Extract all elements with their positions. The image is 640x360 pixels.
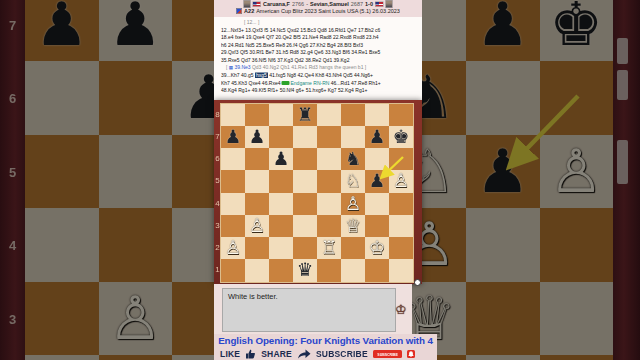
square-b4[interactable] [245, 193, 269, 215]
bg-square-g4 [466, 208, 540, 282]
bg-square-h4 [540, 208, 614, 282]
notation-line-4: 29.Qxf3 Qf5 30.Rf1 Be7 31.h5 Rd8 32.g4 Q… [221, 49, 422, 57]
piece-P-b3[interactable]: ♙ [245, 215, 269, 237]
bg-square-a4 [25, 208, 99, 282]
piece-p-b7[interactable]: ♟ [245, 126, 269, 148]
move-notation-panel: [ 12... ] 12...Nxf3+ 13.Qxf3 f5 14.Nc5 Q… [214, 17, 422, 100]
square-f2[interactable] [341, 237, 365, 259]
square-a3[interactable] [221, 215, 245, 237]
notation-line-9: 48.Kg4 Rg1+ 49.Kf5 Rf1+ 50.Nf4 g6+ 51.hx… [221, 87, 422, 95]
notation-moves[interactable]: 46...Rd1 47.Re8 Rh1+ [329, 80, 380, 86]
square-e4[interactable] [317, 193, 341, 215]
square-h3[interactable] [389, 215, 413, 237]
bg-piece-p-g5: ♟ [466, 135, 540, 209]
bell-icon[interactable] [407, 350, 416, 359]
square-f1[interactable] [341, 259, 365, 281]
piece-p-a7[interactable]: ♟ [221, 126, 245, 148]
square-c8[interactable] [269, 104, 293, 126]
piece-P-f4[interactable]: ♙ [341, 193, 365, 215]
notation-moves[interactable]: Kh7 45.Kh3 Qxe4 46.Rxe4 [221, 80, 280, 86]
square-d5[interactable] [293, 170, 317, 192]
square-a8[interactable] [221, 104, 245, 126]
evaluation-box: White is better. [222, 288, 396, 332]
square-g3[interactable] [365, 215, 389, 237]
notation-line-3: h6 24.Rd1 Nd5 25.Bxe5 Re8 26.f4 Qg6 27.K… [221, 41, 422, 49]
bg-square-g6 [466, 61, 540, 135]
piece-N-f5[interactable]: ♘ [341, 170, 365, 192]
square-e3[interactable] [317, 215, 341, 237]
white-player-name: Caruana,F [263, 1, 290, 7]
players-line: Caruana,F 2766 - Sevian,Samuel 2687 1-0 [214, 0, 422, 8]
piece-R-e2[interactable]: ♖ [317, 237, 341, 259]
piece-n-f6[interactable]: ♞ [341, 148, 365, 170]
square-g1[interactable] [365, 259, 389, 281]
square-c3[interactable] [269, 215, 293, 237]
bg-square-b4 [99, 208, 173, 282]
game-result: 1-0 [365, 1, 373, 7]
black-player-name: Sevian,Samuel [310, 1, 349, 7]
scrollbar-fragment [617, 140, 628, 184]
square-c4[interactable] [269, 193, 293, 215]
square-c5[interactable] [269, 170, 293, 192]
engine-king-icon: ♔ [395, 302, 407, 317]
like-label[interactable]: LIKE [220, 349, 240, 359]
notation-moves[interactable]: 29.Qxf3 Qf5 30.Rf1 Be7 31.h5 Rd8 32.g4 Q… [221, 50, 380, 56]
notation-line-7: 39...Kh7 40.g5 hxg5 41.fxg5 Ng8 42.Qe4 K… [221, 72, 422, 80]
bg-piece-p-a7: ♟ [25, 0, 99, 61]
bg-rank-label-6: 6 [0, 91, 25, 106]
notation-moves[interactable]: 39...Kh7 40.g5 [221, 73, 255, 79]
square-f8[interactable] [341, 104, 365, 126]
notation-moves[interactable]: 18.e4 fxe4 19.Qxe4 Qf7 20.Qe2 Bf5 21.Ne4… [221, 35, 379, 41]
piece-p-g5[interactable]: ♟ [365, 170, 389, 192]
piece-k-h7[interactable]: ♚ [389, 126, 413, 148]
bg-square-h2 [540, 355, 614, 360]
square-a5[interactable] [221, 170, 245, 192]
notation-moves[interactable]: 39.Ne3 [233, 65, 251, 71]
piece-p-g7[interactable]: ♟ [365, 126, 389, 148]
square-c7[interactable] [269, 126, 293, 148]
scrollbar-fragment [617, 38, 628, 64]
square-a6[interactable] [221, 148, 245, 170]
square-d4[interactable] [293, 193, 317, 215]
event-line: A22 American Cup Blitz 2023 Saint Louis … [214, 7, 422, 15]
eco-code: A22 [244, 8, 254, 14]
notation-moves[interactable]: h6 24.Rd1 Nd5 25.Bxe5 Re8 26.f4 Qg6 27.K… [221, 42, 363, 48]
piece-Q-f3[interactable]: ♕ [341, 215, 365, 237]
us-flag-icon [253, 1, 262, 7]
rank-label-6: 6 [214, 154, 221, 163]
bg-rank-label-3: 3 [0, 312, 25, 327]
square-h8[interactable] [389, 104, 413, 126]
rank-label-2: 2 [214, 243, 221, 252]
notation-line-1: 12...Nxf3+ 13.Qxf3 f5 14.Nc5 Qxd2 15.Bc3… [221, 26, 422, 34]
action-bar: LIKE SHARE SUBSCRIBE SUBSCRIBE [214, 347, 437, 360]
notation-moves[interactable]: 41.fxg5 Ng8 42.Qe4 Kh8 43.Nh4 Qd5 44.Ng6… [268, 73, 373, 79]
rank-label-1: 1 [214, 265, 221, 274]
square-e7[interactable] [317, 126, 341, 148]
square-e1[interactable] [317, 259, 341, 281]
square-g6[interactable] [365, 148, 389, 170]
notation-line-5: 35.Rxe5 Qd7 36.Nf5 Nf6 37.Kg3 Qd2 38.Re2… [221, 56, 422, 64]
square-h1[interactable] [389, 259, 413, 281]
rank-label-4: 4 [214, 199, 221, 208]
endgame-badge-icon[interactable] [281, 81, 289, 85]
opening-caption: English Opening: Four Knights Variation … [214, 334, 437, 347]
square-h2[interactable] [389, 237, 413, 259]
evaluation-panel: White is better. ♔ [214, 284, 412, 334]
bg-square-a3 [25, 282, 99, 356]
bg-piece-k-h7: ♚ [540, 0, 614, 61]
square-b1[interactable] [245, 259, 269, 281]
bg-square-a5 [25, 135, 99, 209]
notation-intro[interactable]: [ 12... ] [244, 19, 422, 27]
event-name: American Cup Blitz 2023 Saint Louis USA … [256, 8, 400, 14]
square-h6[interactable] [389, 148, 413, 170]
bg-rank-label-5: 5 [0, 165, 25, 180]
thumbs-up-icon[interactable] [245, 349, 256, 359]
square-d6[interactable] [293, 148, 317, 170]
game-header: Caruana,F 2766 - Sevian,Samuel 2687 1-0 … [214, 0, 422, 18]
bg-piece-P-b3: ♙ [99, 282, 173, 356]
subscribe-label[interactable]: SUBSCRIBE [316, 349, 368, 359]
video-caption-strip: English Opening: Four Knights Variation … [214, 334, 437, 360]
square-b5[interactable] [245, 170, 269, 192]
square-a1[interactable] [221, 259, 245, 281]
background-board-frame-left [0, 0, 25, 360]
square-g4[interactable] [365, 193, 389, 215]
notation-moves[interactable]: 48.Kg4 Rg1+ 49.Kf5 Rf1+ 50.Nf4 g6+ 51.hx… [221, 88, 367, 94]
us-flag-icon [375, 1, 384, 7]
chessboard[interactable]: ♜♟♟♟♚♟♞♘♟♙♙♙♕♙♖♔♛ [221, 104, 413, 282]
notation-moves[interactable]: Qd3 40.Ng2 Qb1 41.Re1 Rd3 hangs the quee… [251, 65, 367, 71]
bg-square-b6 [99, 61, 173, 135]
bg-square-b5 [99, 135, 173, 209]
square-d7[interactable] [293, 126, 317, 148]
square-h4[interactable] [389, 193, 413, 215]
piece-r-d8[interactable]: ♜ [293, 104, 317, 126]
rank-label-8: 8 [214, 110, 221, 119]
bg-piece-p-b7: ♟ [99, 0, 173, 61]
notation-moves[interactable]: 35.Rxe5 Qd7 36.Nf5 Nf6 37.Kg3 Qd2 38.Re2… [221, 57, 349, 63]
rank-label-7: 7 [214, 132, 221, 141]
square-e8[interactable] [317, 104, 341, 126]
square-c2[interactable] [269, 237, 293, 259]
piece-p-c6[interactable]: ♟ [269, 148, 293, 170]
bg-square-g3 [466, 282, 540, 356]
square-e5[interactable] [317, 170, 341, 192]
chessboard-frame: ♜♟♟♟♚♟♞♘♟♙♙♙♕♙♖♔♛ 87654321abcdefgh [214, 100, 422, 284]
bg-rank-label-7: 7 [0, 18, 25, 33]
bg-square-h3 [540, 282, 614, 356]
side-to-move-indicator[interactable] [414, 279, 421, 286]
piece-q-d1[interactable]: ♛ [293, 259, 317, 281]
players-separator: - [306, 1, 308, 7]
square-a4[interactable] [221, 193, 245, 215]
white-player-photo [244, 0, 251, 8]
bg-square-a6 [25, 61, 99, 135]
black-player-photo [386, 0, 393, 8]
share-label[interactable]: SHARE [261, 349, 292, 359]
notation-moves[interactable]: 12...Nxf3+ 13.Qxf3 f5 14.Nc5 Qxd2 15.Bc3… [221, 27, 380, 33]
square-b2[interactable] [245, 237, 269, 259]
notation-moves[interactable]: Endgame RN-RN [290, 80, 329, 86]
bg-piece-P-a2: ♙ [25, 355, 99, 360]
square-b6[interactable] [245, 148, 269, 170]
scrollbar-fragment [617, 70, 628, 100]
square-d2[interactable] [293, 237, 317, 259]
square-c1[interactable] [269, 259, 293, 281]
piece-K-g2[interactable]: ♔ [365, 237, 389, 259]
rank-label-3: 3 [214, 221, 221, 230]
subscribe-button[interactable]: SUBSCRIBE [373, 350, 402, 358]
black-player-elo: 2687 [351, 1, 363, 7]
bg-piece-K-g2: ♔ [466, 355, 540, 360]
square-e6[interactable] [317, 148, 341, 170]
square-f7[interactable] [341, 126, 365, 148]
bg-piece-P-h5: ♙ [540, 135, 614, 209]
square-d3[interactable] [293, 215, 317, 237]
bg-rank-label-4: 4 [0, 238, 25, 253]
notation-line-2: 18.e4 fxe4 19.Qxe4 Qf7 20.Qe2 Bf5 21.Ne4… [221, 34, 422, 42]
background-board-frame-right [613, 0, 640, 360]
current-move[interactable]: hxg5 [255, 73, 268, 79]
square-g8[interactable] [365, 104, 389, 126]
share-arrow-icon[interactable] [297, 349, 311, 359]
bg-square-b2 [99, 355, 173, 360]
notation-line-6: [ ▦ 39.Ne3 Qd3 40.Ng2 Qb1 41.Re1 Rd3 han… [226, 64, 422, 72]
bg-square-h6 [540, 61, 614, 135]
event-icon [236, 8, 242, 14]
notation-line-8: Kh7 45.Kh3 Qxe4 46.Rxe4Endgame RN-RN 46.… [221, 79, 422, 87]
square-b8[interactable] [245, 104, 269, 126]
white-player-elo: 2766 [292, 1, 304, 7]
rank-label-5: 5 [214, 176, 221, 185]
evaluation-text: White is better. [223, 289, 395, 301]
piece-P-a2[interactable]: ♙ [221, 237, 245, 259]
bg-piece-p-g7: ♟ [466, 0, 540, 61]
piece-P-h5[interactable]: ♙ [389, 170, 413, 192]
